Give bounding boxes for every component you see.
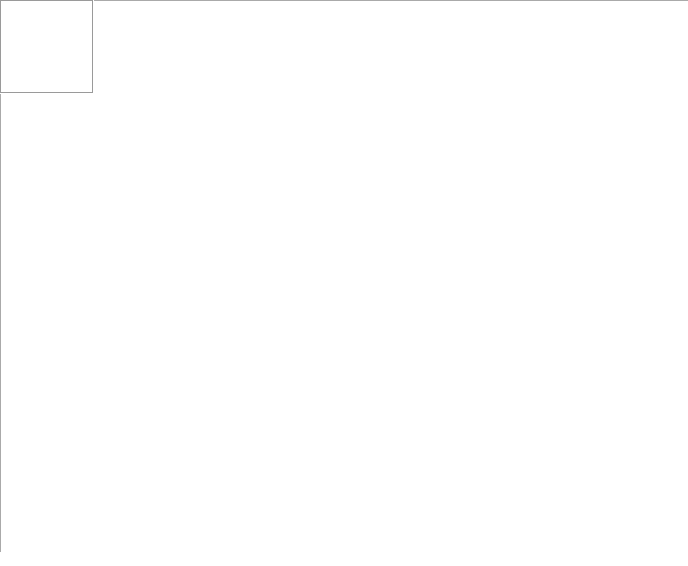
nonogram-puzzle-page	[0, 0, 688, 566]
footer-bar	[0, 552, 688, 566]
nonogram-board[interactable]	[94, 94, 688, 556]
column-clues-area	[94, 0, 688, 93]
row-clues-area	[0, 94, 93, 552]
corner-box	[0, 0, 93, 93]
